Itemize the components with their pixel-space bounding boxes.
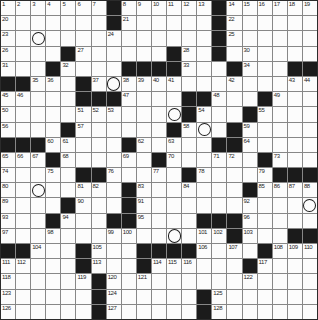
cell-r16c4[interactable]	[61, 244, 75, 258]
cell-r0c1[interactable]: 2	[16, 1, 30, 15]
cell-r14c19[interactable]	[288, 214, 302, 228]
cell-r0c15[interactable]: 14	[227, 1, 241, 15]
cell-r13c16[interactable]: 92	[243, 198, 257, 212]
cell-r8c16[interactable]: 59	[243, 123, 257, 137]
cell-r11c3[interactable]: 75	[46, 168, 60, 182]
cell-r9c16[interactable]: 64	[243, 138, 257, 152]
cell-r0c12[interactable]: 12	[182, 1, 196, 15]
cell-r16c16[interactable]	[243, 244, 257, 258]
cell-r17c3[interactable]	[46, 259, 60, 273]
cell-r15c0[interactable]: 97	[1, 229, 15, 243]
cell-r18c1[interactable]	[16, 274, 30, 288]
cell-r14c1[interactable]	[16, 214, 30, 228]
cell-r5c20[interactable]: 44	[303, 77, 317, 91]
cell-r11c2[interactable]	[31, 168, 45, 182]
cell-r15c1[interactable]	[16, 229, 30, 243]
cell-r14c10[interactable]	[152, 214, 166, 228]
cell-r14c17[interactable]	[258, 214, 272, 228]
cell-r7c2[interactable]	[31, 107, 45, 121]
cell-r20c5[interactable]	[76, 305, 90, 319]
cell-r20c0[interactable]: 126	[1, 305, 15, 319]
cell-r20c16[interactable]	[243, 305, 257, 319]
cell-r14c16[interactable]: 96	[243, 214, 257, 228]
cell-r8c14[interactable]	[212, 123, 226, 137]
cell-r11c4[interactable]	[61, 168, 75, 182]
cell-r3c19[interactable]	[288, 47, 302, 61]
cell-r3c20[interactable]	[303, 47, 317, 61]
cell-r9c10[interactable]	[152, 138, 166, 152]
cell-r1c2[interactable]	[31, 16, 45, 30]
cell-r6c16[interactable]	[243, 92, 257, 106]
cell-r2c7[interactable]: 24	[107, 31, 121, 45]
cell-r19c19[interactable]	[288, 290, 302, 304]
cell-r3c5[interactable]: 27	[76, 47, 90, 61]
cell-r16c13[interactable]: 106	[197, 244, 211, 258]
cell-r8c1[interactable]	[16, 123, 30, 137]
cell-r12c13[interactable]	[197, 183, 211, 197]
cell-r18c10[interactable]	[152, 274, 166, 288]
cell-r10c19[interactable]	[288, 153, 302, 167]
cell-r10c5[interactable]	[76, 153, 90, 167]
cell-r18c2[interactable]	[31, 274, 45, 288]
cell-r4c5[interactable]	[76, 62, 90, 76]
cell-r13c20[interactable]	[303, 198, 317, 212]
cell-r15c7[interactable]: 99	[107, 229, 121, 243]
cell-r11c15[interactable]	[227, 168, 241, 182]
cell-r20c10[interactable]	[152, 305, 166, 319]
cell-r5c15[interactable]: 42	[227, 77, 241, 91]
cell-r13c19[interactable]	[288, 198, 302, 212]
cell-r5c7[interactable]	[107, 77, 121, 91]
cell-r4c0[interactable]: 31	[1, 62, 15, 76]
cell-r18c19[interactable]	[288, 274, 302, 288]
cell-r4c6[interactable]	[92, 62, 106, 76]
cell-r13c10[interactable]	[152, 198, 166, 212]
cell-r6c4[interactable]	[61, 92, 75, 106]
cell-r19c18[interactable]	[273, 290, 287, 304]
cell-r20c14[interactable]: 128	[212, 305, 226, 319]
cell-r16c20[interactable]: 110	[303, 244, 317, 258]
cell-r15c12[interactable]	[182, 229, 196, 243]
cell-r7c14[interactable]	[212, 107, 226, 121]
cell-r5c4[interactable]	[61, 77, 75, 91]
cell-r1c15[interactable]: 22	[227, 16, 241, 30]
cell-r17c19[interactable]	[288, 259, 302, 273]
cell-r14c12[interactable]	[182, 214, 196, 228]
cell-r3c17[interactable]	[258, 47, 272, 61]
cell-r19c10[interactable]	[152, 290, 166, 304]
cell-r3c3[interactable]	[46, 47, 60, 61]
cell-r0c8[interactable]: 8	[122, 1, 136, 15]
cell-r1c16[interactable]	[243, 16, 257, 30]
cell-r13c7[interactable]	[107, 198, 121, 212]
cell-r15c14[interactable]: 102	[212, 229, 226, 243]
cell-r17c0[interactable]: 111	[1, 259, 15, 273]
cell-r10c0[interactable]: 65	[1, 153, 15, 167]
cell-r17c20[interactable]	[303, 259, 317, 273]
cell-r4c7[interactable]	[107, 62, 121, 76]
cell-r5c19[interactable]: 43	[288, 77, 302, 91]
cell-r1c17[interactable]	[258, 16, 272, 30]
cell-r10c13[interactable]	[197, 153, 211, 167]
cell-r8c18[interactable]	[273, 123, 287, 137]
cell-r1c4[interactable]	[61, 16, 75, 30]
cell-r12c7[interactable]	[107, 183, 121, 197]
cell-r0c2[interactable]: 3	[31, 1, 45, 15]
cell-r10c4[interactable]: 68	[61, 153, 75, 167]
cell-r15c16[interactable]: 103	[243, 229, 257, 243]
cell-r0c3[interactable]: 4	[46, 1, 60, 15]
cell-r3c9[interactable]	[137, 47, 151, 61]
cell-r3c16[interactable]: 30	[243, 47, 257, 61]
cell-r0c20[interactable]: 19	[303, 1, 317, 15]
cell-r17c1[interactable]: 112	[16, 259, 30, 273]
cell-r19c9[interactable]	[137, 290, 151, 304]
cell-r17c12[interactable]: 116	[182, 259, 196, 273]
cell-r18c7[interactable]: 120	[107, 274, 121, 288]
cell-r2c13[interactable]	[197, 31, 211, 45]
cell-r20c4[interactable]	[61, 305, 75, 319]
cell-r20c1[interactable]	[16, 305, 30, 319]
cell-r14c4[interactable]: 94	[61, 214, 75, 228]
cell-r20c7[interactable]: 127	[107, 305, 121, 319]
cell-r1c8[interactable]: 21	[122, 16, 136, 30]
cell-r14c20[interactable]	[303, 214, 317, 228]
cell-r6c11[interactable]	[167, 92, 181, 106]
cell-r14c0[interactable]: 93	[1, 214, 15, 228]
cell-r3c13[interactable]	[197, 47, 211, 61]
cell-r7c3[interactable]	[46, 107, 60, 121]
cell-r9c12[interactable]	[182, 138, 196, 152]
cell-r6c19[interactable]	[288, 92, 302, 106]
cell-r14c11[interactable]	[167, 214, 181, 228]
cell-r2c8[interactable]	[122, 31, 136, 45]
cell-r7c5[interactable]: 51	[76, 107, 90, 121]
cell-r12c3[interactable]	[46, 183, 60, 197]
cell-r17c14[interactable]	[212, 259, 226, 273]
cell-r2c0[interactable]: 23	[1, 31, 15, 45]
cell-r19c17[interactable]	[258, 290, 272, 304]
cell-r10c14[interactable]: 71	[212, 153, 226, 167]
cell-r8c7[interactable]	[107, 123, 121, 137]
cell-r11c0[interactable]: 74	[1, 168, 15, 182]
cell-r17c4[interactable]	[61, 259, 75, 273]
cell-r7c13[interactable]: 54	[197, 107, 211, 121]
cell-r18c12[interactable]	[182, 274, 196, 288]
cell-r1c3[interactable]	[46, 16, 60, 30]
cell-r10c2[interactable]: 67	[31, 153, 45, 167]
cell-r18c9[interactable]: 121	[137, 274, 151, 288]
cell-r20c17[interactable]	[258, 305, 272, 319]
cell-r0c18[interactable]: 17	[273, 1, 287, 15]
cell-r6c20[interactable]	[303, 92, 317, 106]
cell-r7c20[interactable]	[303, 107, 317, 121]
cell-r5c12[interactable]	[182, 77, 196, 91]
cell-r19c20[interactable]	[303, 290, 317, 304]
cell-r17c8[interactable]	[122, 259, 136, 273]
cell-r17c11[interactable]: 115	[167, 259, 181, 273]
cell-r9c7[interactable]	[107, 138, 121, 152]
cell-r15c17[interactable]	[258, 229, 272, 243]
cell-r9c3[interactable]: 60	[46, 138, 60, 152]
cell-r13c18[interactable]	[273, 198, 287, 212]
cell-r6c9[interactable]	[137, 92, 151, 106]
cell-r0c9[interactable]: 9	[137, 1, 151, 15]
cell-r19c8[interactable]	[122, 290, 136, 304]
cell-r7c15[interactable]	[227, 107, 241, 121]
cell-r15c5[interactable]	[76, 229, 90, 243]
cell-r11c17[interactable]: 79	[258, 168, 272, 182]
cell-r15c13[interactable]: 101	[197, 229, 211, 243]
cell-r10c9[interactable]	[137, 153, 151, 167]
cell-r1c20[interactable]	[303, 16, 317, 30]
cell-r2c1[interactable]	[16, 31, 30, 45]
cell-r8c10[interactable]	[152, 123, 166, 137]
cell-r8c2[interactable]	[31, 123, 45, 137]
cell-r9c13[interactable]	[197, 138, 211, 152]
cell-r2c10[interactable]	[152, 31, 166, 45]
cell-r3c6[interactable]	[92, 47, 106, 61]
cell-r18c8[interactable]	[122, 274, 136, 288]
cell-r11c14[interactable]	[212, 168, 226, 182]
cell-r17c17[interactable]: 117	[258, 259, 272, 273]
cell-r2c4[interactable]	[61, 31, 75, 45]
cell-r6c10[interactable]	[152, 92, 166, 106]
cell-r20c18[interactable]	[273, 305, 287, 319]
cell-r19c14[interactable]: 125	[212, 290, 226, 304]
cell-r9c19[interactable]	[288, 138, 302, 152]
cell-r12c5[interactable]: 81	[76, 183, 90, 197]
cell-r12c9[interactable]: 83	[137, 183, 151, 197]
cell-r1c19[interactable]	[288, 16, 302, 30]
cell-r12c4[interactable]	[61, 183, 75, 197]
cell-r0c16[interactable]: 15	[243, 1, 257, 15]
cell-r4c18[interactable]	[273, 62, 287, 76]
cell-r11c7[interactable]: 76	[107, 168, 121, 182]
cell-r6c0[interactable]: 45	[1, 92, 15, 106]
cell-r1c10[interactable]	[152, 16, 166, 30]
cell-r8c13[interactable]	[197, 123, 211, 137]
cell-r17c7[interactable]	[107, 259, 121, 273]
cell-r17c15[interactable]	[227, 259, 241, 273]
cell-r20c2[interactable]	[31, 305, 45, 319]
cell-r11c16[interactable]	[243, 168, 257, 182]
cell-r3c0[interactable]: 26	[1, 47, 15, 61]
cell-r5c17[interactable]	[258, 77, 272, 91]
cell-r16c6[interactable]: 105	[92, 244, 106, 258]
cell-r7c18[interactable]	[273, 107, 287, 121]
cell-r13c15[interactable]	[227, 198, 241, 212]
cell-r18c4[interactable]	[61, 274, 75, 288]
cell-r15c8[interactable]: 100	[122, 229, 136, 243]
cell-r1c6[interactable]	[92, 16, 106, 30]
cell-r7c1[interactable]	[16, 107, 30, 121]
cell-r7c19[interactable]	[288, 107, 302, 121]
cell-r2c5[interactable]	[76, 31, 90, 45]
cell-r2c19[interactable]	[288, 31, 302, 45]
cell-r7c4[interactable]	[61, 107, 75, 121]
cell-r13c0[interactable]: 89	[1, 198, 15, 212]
cell-r0c19[interactable]: 18	[288, 1, 302, 15]
cell-r1c5[interactable]	[76, 16, 90, 30]
cell-r4c14[interactable]	[212, 62, 226, 76]
cell-r20c19[interactable]	[288, 305, 302, 319]
cell-r12c14[interactable]	[212, 183, 226, 197]
cell-r9c20[interactable]	[303, 138, 317, 152]
cell-r5c18[interactable]	[273, 77, 287, 91]
cell-r19c2[interactable]	[31, 290, 45, 304]
cell-r12c10[interactable]	[152, 183, 166, 197]
cell-r15c18[interactable]	[273, 229, 287, 243]
cell-r13c17[interactable]	[258, 198, 272, 212]
cell-r3c1[interactable]	[16, 47, 30, 61]
cell-r7c11[interactable]	[167, 107, 181, 121]
cell-r5c11[interactable]: 41	[167, 77, 181, 91]
cell-r2c2[interactable]	[31, 31, 45, 45]
cell-r15c11[interactable]	[167, 229, 181, 243]
cell-r10c16[interactable]	[243, 153, 257, 167]
cell-r18c20[interactable]	[303, 274, 317, 288]
cell-r1c13[interactable]	[197, 16, 211, 30]
cell-r3c8[interactable]	[122, 47, 136, 61]
cell-r6c15[interactable]	[227, 92, 241, 106]
cell-r11c1[interactable]	[16, 168, 30, 182]
cell-r5c13[interactable]	[197, 77, 211, 91]
cell-r9c11[interactable]: 63	[167, 138, 181, 152]
cell-r7c0[interactable]: 50	[1, 107, 15, 121]
cell-r6c14[interactable]: 48	[212, 92, 226, 106]
cell-r7c10[interactable]	[152, 107, 166, 121]
cell-r16c14[interactable]	[212, 244, 226, 258]
cell-r13c5[interactable]: 90	[76, 198, 90, 212]
cell-r8c17[interactable]	[258, 123, 272, 137]
cell-r14c5[interactable]	[76, 214, 90, 228]
cell-r5c10[interactable]: 40	[152, 77, 166, 91]
cell-r2c11[interactable]	[167, 31, 181, 45]
cell-r4c16[interactable]: 34	[243, 62, 257, 76]
cell-r12c18[interactable]: 86	[273, 183, 287, 197]
cell-r18c13[interactable]	[197, 274, 211, 288]
cell-r15c10[interactable]	[152, 229, 166, 243]
cell-r20c3[interactable]	[46, 305, 60, 319]
cell-r16c3[interactable]	[46, 244, 60, 258]
cell-r17c13[interactable]	[197, 259, 211, 273]
cell-r0c5[interactable]: 6	[76, 1, 90, 15]
cell-r3c7[interactable]	[107, 47, 121, 61]
cell-r13c12[interactable]	[182, 198, 196, 212]
cell-r9c6[interactable]	[92, 138, 106, 152]
cell-r9c9[interactable]: 62	[137, 138, 151, 152]
cell-r5c3[interactable]: 36	[46, 77, 60, 91]
cell-r17c2[interactable]	[31, 259, 45, 273]
cell-r15c2[interactable]	[31, 229, 45, 243]
cell-r8c5[interactable]: 57	[76, 123, 90, 137]
cell-r2c12[interactable]	[182, 31, 196, 45]
cell-r19c15[interactable]	[227, 290, 241, 304]
cell-r18c14[interactable]	[212, 274, 226, 288]
cell-r19c7[interactable]: 124	[107, 290, 121, 304]
cell-r4c13[interactable]	[197, 62, 211, 76]
cell-r7c6[interactable]: 52	[92, 107, 106, 121]
cell-r5c2[interactable]: 35	[31, 77, 45, 91]
cell-r13c3[interactable]	[46, 198, 60, 212]
cell-r4c17[interactable]	[258, 62, 272, 76]
cell-r3c2[interactable]	[31, 47, 45, 61]
cell-r11c9[interactable]	[137, 168, 151, 182]
cell-r19c11[interactable]	[167, 290, 181, 304]
cell-r17c6[interactable]: 113	[92, 259, 106, 273]
cell-r0c6[interactable]: 7	[92, 1, 106, 15]
cell-r8c19[interactable]	[288, 123, 302, 137]
cell-r0c4[interactable]: 5	[61, 1, 75, 15]
cell-r0c13[interactable]: 13	[197, 1, 211, 15]
cell-r1c0[interactable]: 20	[1, 16, 15, 30]
cell-r6c8[interactable]: 47	[122, 92, 136, 106]
cell-r19c1[interactable]	[16, 290, 30, 304]
cell-r19c3[interactable]	[46, 290, 60, 304]
cell-r12c2[interactable]	[31, 183, 45, 197]
cell-r8c6[interactable]	[92, 123, 106, 137]
cell-r19c5[interactable]	[76, 290, 90, 304]
cell-r2c17[interactable]	[258, 31, 272, 45]
cell-r12c20[interactable]: 88	[303, 183, 317, 197]
cell-r7c9[interactable]	[137, 107, 151, 121]
cell-r5c8[interactable]: 38	[122, 77, 136, 91]
cell-r6c3[interactable]	[46, 92, 60, 106]
cell-r13c2[interactable]	[31, 198, 45, 212]
cell-r2c20[interactable]	[303, 31, 317, 45]
cell-r0c0[interactable]: 1	[1, 1, 15, 15]
cell-r14c2[interactable]	[31, 214, 45, 228]
cell-r13c6[interactable]	[92, 198, 106, 212]
cell-r12c19[interactable]: 87	[288, 183, 302, 197]
cell-r12c11[interactable]	[167, 183, 181, 197]
cell-r18c18[interactable]	[273, 274, 287, 288]
cell-r13c13[interactable]	[197, 198, 211, 212]
cell-r20c11[interactable]	[167, 305, 181, 319]
cell-r7c7[interactable]: 53	[107, 107, 121, 121]
cell-r5c14[interactable]	[212, 77, 226, 91]
cell-r18c0[interactable]: 118	[1, 274, 15, 288]
cell-r6c2[interactable]	[31, 92, 45, 106]
cell-r10c15[interactable]: 72	[227, 153, 241, 167]
cell-r20c12[interactable]	[182, 305, 196, 319]
cell-r20c15[interactable]	[227, 305, 241, 319]
cell-r20c9[interactable]	[137, 305, 151, 319]
cell-r17c18[interactable]	[273, 259, 287, 273]
cell-r20c20[interactable]	[303, 305, 317, 319]
cell-r16c18[interactable]: 108	[273, 244, 287, 258]
cell-r11c10[interactable]: 77	[152, 168, 166, 182]
cell-r20c8[interactable]	[122, 305, 136, 319]
cell-r12c15[interactable]	[227, 183, 241, 197]
cell-r2c3[interactable]	[46, 31, 60, 45]
cell-r14c6[interactable]	[92, 214, 106, 228]
cell-r16c15[interactable]: 107	[227, 244, 241, 258]
cell-r18c3[interactable]	[46, 274, 60, 288]
cell-r1c9[interactable]	[137, 16, 151, 30]
cell-r4c4[interactable]: 32	[61, 62, 75, 76]
cell-r1c11[interactable]	[167, 16, 181, 30]
cell-r17c10[interactable]: 114	[152, 259, 166, 273]
cell-r19c12[interactable]	[182, 290, 196, 304]
cell-r15c9[interactable]	[137, 229, 151, 243]
cell-r6c18[interactable]: 49	[273, 92, 287, 106]
cell-r15c4[interactable]	[61, 229, 75, 243]
cell-r8c8[interactable]	[122, 123, 136, 137]
cell-r14c9[interactable]: 95	[137, 214, 151, 228]
cell-r6c1[interactable]: 46	[16, 92, 30, 106]
